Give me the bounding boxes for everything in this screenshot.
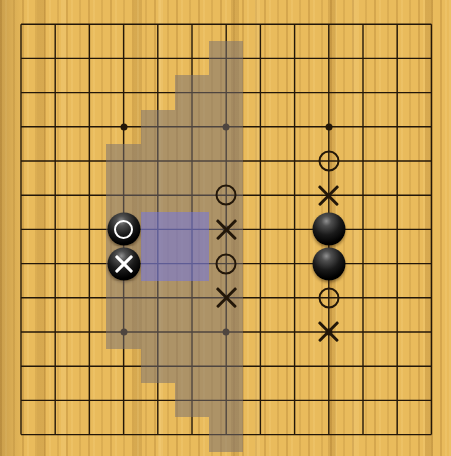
highlight-square-overlay xyxy=(175,246,209,280)
intersection-mi[interactable] xyxy=(414,281,448,315)
black-stone xyxy=(107,247,140,280)
intersection-kf[interactable] xyxy=(346,178,380,212)
intersection-gi[interactable] xyxy=(209,281,243,315)
intersection-mm[interactable] xyxy=(414,417,448,451)
intersection-al[interactable] xyxy=(4,383,38,417)
intersection-ah[interactable] xyxy=(4,246,38,280)
intersection-hj[interactable] xyxy=(243,315,277,349)
intersection-fj[interactable] xyxy=(175,315,209,349)
intersection-im[interactable] xyxy=(277,417,311,451)
dimmed-overlay xyxy=(106,315,140,349)
intersection-bh[interactable] xyxy=(38,246,72,280)
intersection-dh[interactable] xyxy=(106,246,140,280)
intersection-eb[interactable] xyxy=(141,41,175,75)
intersection-hc[interactable] xyxy=(243,75,277,109)
intersection-hi[interactable] xyxy=(243,281,277,315)
dimmed-overlay xyxy=(141,349,175,383)
dimmed-overlay xyxy=(141,110,175,144)
dimmed-overlay xyxy=(209,110,243,144)
intersection-jg[interactable] xyxy=(312,212,346,246)
intersection-hk[interactable] xyxy=(243,349,277,383)
intersection-ab[interactable] xyxy=(4,41,38,75)
intersection-fm[interactable] xyxy=(175,417,209,451)
intersection-dg[interactable] xyxy=(106,212,140,246)
dimmed-overlay xyxy=(141,281,175,315)
intersection-fb[interactable] xyxy=(175,41,209,75)
intersection-km[interactable] xyxy=(346,417,380,451)
dimmed-overlay xyxy=(209,417,243,451)
intersection-hg[interactable] xyxy=(243,212,277,246)
cross-mark xyxy=(216,287,237,308)
intersection-ak[interactable] xyxy=(4,349,38,383)
dimmed-overlay xyxy=(106,144,140,178)
intersection-am[interactable] xyxy=(4,417,38,451)
intersection-mh[interactable] xyxy=(414,246,448,280)
dimmed-overlay xyxy=(175,383,209,417)
intersection-gd[interactable] xyxy=(209,110,243,144)
intersection-gj[interactable] xyxy=(209,315,243,349)
intersection-mb[interactable] xyxy=(414,41,448,75)
intersection-bd[interactable] xyxy=(38,110,72,144)
highlight-square-overlay xyxy=(141,246,175,280)
intersection-jd[interactable] xyxy=(312,110,346,144)
intersection-af[interactable] xyxy=(4,178,38,212)
circle-mark xyxy=(216,185,237,206)
intersection-ef[interactable] xyxy=(141,178,175,212)
intersection-fh[interactable] xyxy=(175,246,209,280)
intersection-de[interactable] xyxy=(106,144,140,178)
intersection-ce[interactable] xyxy=(72,144,106,178)
intersection-ej[interactable] xyxy=(141,315,175,349)
intersection-le[interactable] xyxy=(380,144,414,178)
intersection-ae[interactable] xyxy=(4,144,38,178)
intersection-dc[interactable] xyxy=(106,75,140,109)
intersection-ch[interactable] xyxy=(72,246,106,280)
intersection-di[interactable] xyxy=(106,281,140,315)
intersection-ge[interactable] xyxy=(209,144,243,178)
intersection-ai[interactable] xyxy=(4,281,38,315)
intersection-jm[interactable] xyxy=(312,417,346,451)
intersection-fe[interactable] xyxy=(175,144,209,178)
intersection-bc[interactable] xyxy=(38,75,72,109)
intersection-kc[interactable] xyxy=(346,75,380,109)
intersection-la[interactable] xyxy=(380,7,414,41)
intersection-fa[interactable] xyxy=(175,7,209,41)
board-grid xyxy=(4,7,448,451)
intersection-dj[interactable] xyxy=(106,315,140,349)
intersection-id[interactable] xyxy=(277,110,311,144)
dimmed-overlay xyxy=(175,110,209,144)
intersection-kh[interactable] xyxy=(346,246,380,280)
intersection-eg[interactable] xyxy=(141,212,175,246)
intersection-jb[interactable] xyxy=(312,41,346,75)
intersection-dm[interactable] xyxy=(106,417,140,451)
intersection-cc[interactable] xyxy=(72,75,106,109)
dimmed-overlay xyxy=(106,281,140,315)
dimmed-overlay xyxy=(106,178,140,212)
intersection-ll[interactable] xyxy=(380,383,414,417)
intersection-ke[interactable] xyxy=(346,144,380,178)
intersection-ha[interactable] xyxy=(243,7,277,41)
intersection-il[interactable] xyxy=(277,383,311,417)
intersection-ba[interactable] xyxy=(38,7,72,41)
intersection-if[interactable] xyxy=(277,178,311,212)
intersection-ca[interactable] xyxy=(72,7,106,41)
intersection-cd[interactable] xyxy=(72,110,106,144)
dimmed-overlay xyxy=(141,315,175,349)
intersection-lf[interactable] xyxy=(380,178,414,212)
intersection-ia[interactable] xyxy=(277,7,311,41)
intersection-hb[interactable] xyxy=(243,41,277,75)
hoshi-point xyxy=(325,123,332,130)
intersection-kk[interactable] xyxy=(346,349,380,383)
intersection-gg[interactable] xyxy=(209,212,243,246)
intersection-ji[interactable] xyxy=(312,281,346,315)
intersection-ec[interactable] xyxy=(141,75,175,109)
intersection-ci[interactable] xyxy=(72,281,106,315)
intersection-lg[interactable] xyxy=(380,212,414,246)
dimmed-overlay xyxy=(175,144,209,178)
intersection-jk[interactable] xyxy=(312,349,346,383)
intersection-gf[interactable] xyxy=(209,178,243,212)
intersection-mk[interactable] xyxy=(414,349,448,383)
hoshi-point xyxy=(120,123,127,130)
intersection-jj[interactable] xyxy=(312,315,346,349)
intersection-dd[interactable] xyxy=(106,110,140,144)
intersection-me[interactable] xyxy=(414,144,448,178)
intersection-ig[interactable] xyxy=(277,212,311,246)
intersection-bf[interactable] xyxy=(38,178,72,212)
intersection-ie[interactable] xyxy=(277,144,311,178)
dimmed-overlay xyxy=(209,383,243,417)
dimmed-overlay xyxy=(175,75,209,109)
intersection-lb[interactable] xyxy=(380,41,414,75)
dimmed-overlay xyxy=(175,349,209,383)
black-stone xyxy=(107,213,140,246)
intersection-hf[interactable] xyxy=(243,178,277,212)
intersection-eh[interactable] xyxy=(141,246,175,280)
intersection-dk[interactable] xyxy=(106,349,140,383)
intersection-lc[interactable] xyxy=(380,75,414,109)
intersection-ih[interactable] xyxy=(277,246,311,280)
highlight-square-overlay xyxy=(175,212,209,246)
intersection-cm[interactable] xyxy=(72,417,106,451)
cross-mark xyxy=(318,321,339,342)
intersection-gk[interactable] xyxy=(209,349,243,383)
dimmed-overlay xyxy=(209,315,243,349)
intersection-cf[interactable] xyxy=(72,178,106,212)
intersection-ml[interactable] xyxy=(414,383,448,417)
intersection-he[interactable] xyxy=(243,144,277,178)
intersection-li[interactable] xyxy=(380,281,414,315)
intersection-db[interactable] xyxy=(106,41,140,75)
intersection-df[interactable] xyxy=(106,178,140,212)
intersection-ea[interactable] xyxy=(141,7,175,41)
cross-mark xyxy=(216,219,237,240)
highlight-square-overlay xyxy=(141,212,175,246)
intersection-kg[interactable] xyxy=(346,212,380,246)
intersection-ic[interactable] xyxy=(277,75,311,109)
intersection-ff[interactable] xyxy=(175,178,209,212)
intersection-cb[interactable] xyxy=(72,41,106,75)
dimmed-overlay xyxy=(209,75,243,109)
intersection-gb[interactable] xyxy=(209,41,243,75)
intersection-ad[interactable] xyxy=(4,110,38,144)
intersection-bl[interactable] xyxy=(38,383,72,417)
dimmed-overlay xyxy=(175,178,209,212)
intersection-da[interactable] xyxy=(106,7,140,41)
intersection-gc[interactable] xyxy=(209,75,243,109)
intersection-bb[interactable] xyxy=(38,41,72,75)
intersection-dl[interactable] xyxy=(106,383,140,417)
black-stone xyxy=(312,213,345,246)
intersection-ck[interactable] xyxy=(72,349,106,383)
goban xyxy=(0,0,451,456)
intersection-hh[interactable] xyxy=(243,246,277,280)
intersection-je[interactable] xyxy=(312,144,346,178)
intersection-fc[interactable] xyxy=(175,75,209,109)
intersection-ki[interactable] xyxy=(346,281,380,315)
circle-mark xyxy=(318,287,339,308)
intersection-mj[interactable] xyxy=(414,315,448,349)
dimmed-overlay xyxy=(141,178,175,212)
intersection-hd[interactable] xyxy=(243,110,277,144)
intersection-fl[interactable] xyxy=(175,383,209,417)
intersection-ij[interactable] xyxy=(277,315,311,349)
intersection-gl[interactable] xyxy=(209,383,243,417)
intersection-bg[interactable] xyxy=(38,212,72,246)
black-stone xyxy=(312,247,345,280)
intersection-fg[interactable] xyxy=(175,212,209,246)
intersection-bj[interactable] xyxy=(38,315,72,349)
intersection-ag[interactable] xyxy=(4,212,38,246)
intersection-ka[interactable] xyxy=(346,7,380,41)
intersection-kl[interactable] xyxy=(346,383,380,417)
intersection-ma[interactable] xyxy=(414,7,448,41)
intersection-gm[interactable] xyxy=(209,417,243,451)
intersection-gh[interactable] xyxy=(209,246,243,280)
go-diagram-screenshot xyxy=(0,0,451,456)
intersection-jf[interactable] xyxy=(312,178,346,212)
intersection-ga[interactable] xyxy=(209,7,243,41)
intersection-bm[interactable] xyxy=(38,417,72,451)
intersection-ii[interactable] xyxy=(277,281,311,315)
intersection-md[interactable] xyxy=(414,110,448,144)
intersection-mf[interactable] xyxy=(414,178,448,212)
dimmed-overlay xyxy=(175,315,209,349)
intersection-aj[interactable] xyxy=(4,315,38,349)
intersection-aa[interactable] xyxy=(4,7,38,41)
intersection-be[interactable] xyxy=(38,144,72,178)
intersection-em[interactable] xyxy=(141,417,175,451)
cross-mark xyxy=(318,185,339,206)
circle-mark xyxy=(216,253,237,274)
dimmed-overlay xyxy=(209,349,243,383)
intersection-cg[interactable] xyxy=(72,212,106,246)
circle-mark-on-stone xyxy=(114,220,133,239)
intersection-jh[interactable] xyxy=(312,246,346,280)
intersection-ik[interactable] xyxy=(277,349,311,383)
intersection-ja[interactable] xyxy=(312,7,346,41)
intersection-jc[interactable] xyxy=(312,75,346,109)
intersection-fd[interactable] xyxy=(175,110,209,144)
intersection-mg[interactable] xyxy=(414,212,448,246)
intersection-lk[interactable] xyxy=(380,349,414,383)
dimmed-overlay xyxy=(209,144,243,178)
intersection-lj[interactable] xyxy=(380,315,414,349)
dimmed-overlay xyxy=(141,144,175,178)
circle-mark xyxy=(318,150,339,171)
intersection-lh[interactable] xyxy=(380,246,414,280)
intersection-ed[interactable] xyxy=(141,110,175,144)
intersection-hl[interactable] xyxy=(243,383,277,417)
intersection-hm[interactable] xyxy=(243,417,277,451)
intersection-lm[interactable] xyxy=(380,417,414,451)
intersection-el[interactable] xyxy=(141,383,175,417)
intersection-ek[interactable] xyxy=(141,349,175,383)
dimmed-overlay xyxy=(175,281,209,315)
intersection-kb[interactable] xyxy=(346,41,380,75)
intersection-mc[interactable] xyxy=(414,75,448,109)
intersection-fk[interactable] xyxy=(175,349,209,383)
intersection-fi[interactable] xyxy=(175,281,209,315)
intersection-cj[interactable] xyxy=(72,315,106,349)
intersection-ac[interactable] xyxy=(4,75,38,109)
intersection-bi[interactable] xyxy=(38,281,72,315)
intersection-ld[interactable] xyxy=(380,110,414,144)
intersection-ee[interactable] xyxy=(141,144,175,178)
intersection-bk[interactable] xyxy=(38,349,72,383)
dimmed-overlay xyxy=(209,41,243,75)
intersection-jl[interactable] xyxy=(312,383,346,417)
intersection-cl[interactable] xyxy=(72,383,106,417)
intersection-ei[interactable] xyxy=(141,281,175,315)
cross-mark-on-stone xyxy=(114,254,133,273)
intersection-ib[interactable] xyxy=(277,41,311,75)
intersection-kd[interactable] xyxy=(346,110,380,144)
intersection-kj[interactable] xyxy=(346,315,380,349)
